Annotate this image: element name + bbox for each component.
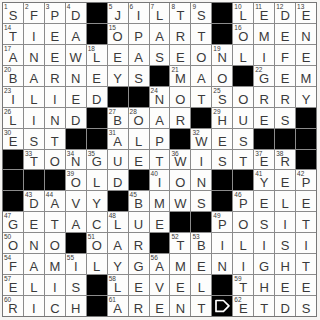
grid-cell[interactable]: S: [254, 212, 274, 232]
grid-cell[interactable]: T: [45, 212, 65, 232]
grid-cell[interactable]: 21M: [170, 66, 190, 86]
cell-letter: E: [296, 8, 316, 23]
grid-cell[interactable]: A: [129, 45, 149, 65]
grid-cell[interactable]: R: [170, 108, 190, 128]
cell-letter: U: [129, 217, 149, 232]
grid-cell[interactable]: S: [66, 275, 86, 295]
grid-cell[interactable]: I: [24, 24, 44, 44]
grid-cell[interactable]: 52T: [170, 233, 190, 253]
grid-cell[interactable]: 41Y: [254, 170, 274, 190]
grid-cell[interactable]: N: [170, 296, 190, 316]
grid-cell[interactable]: H: [66, 296, 86, 316]
black-cell: [87, 129, 107, 149]
grid-cell[interactable]: W: [170, 191, 190, 211]
cell-letter: I: [275, 217, 295, 232]
grid-cell[interactable]: S: [129, 66, 149, 86]
cell-letter: A: [108, 238, 128, 253]
grid-cell[interactable]: 4D: [66, 3, 86, 23]
grid-cell[interactable]: T: [233, 150, 253, 170]
grid-cell[interactable]: I: [296, 233, 316, 253]
grid-cell[interactable]: E: [45, 45, 65, 65]
grid-cell[interactable]: 34N: [66, 150, 86, 170]
grid-cell[interactable]: R: [45, 66, 65, 86]
grid-cell[interactable]: I: [24, 296, 44, 316]
cell-letter: A: [150, 113, 170, 128]
grid-cell[interactable]: E: [296, 45, 316, 65]
grid-cell[interactable]: D: [87, 87, 107, 107]
grid-cell[interactable]: A: [24, 66, 44, 86]
cell-letter: R: [170, 29, 190, 44]
grid-cell[interactable]: G: [129, 254, 149, 274]
grid-cell[interactable]: E: [275, 275, 295, 295]
grid-cell[interactable]: E: [191, 254, 211, 274]
cell-letter: E: [275, 280, 295, 295]
grid-cell[interactable]: 3P: [45, 3, 65, 23]
grid-cell[interactable]: O: [233, 87, 253, 107]
grid-cell[interactable]: 20B: [3, 66, 23, 86]
grid-cell[interactable]: 36W: [170, 150, 190, 170]
cell-letter: S: [191, 8, 211, 23]
cell-letter: I: [254, 238, 274, 253]
grid-cell[interactable]: I: [254, 45, 274, 65]
grid-cell[interactable]: V: [150, 275, 170, 295]
grid-cell[interactable]: Y: [296, 87, 316, 107]
grid-cell[interactable]: 31A: [108, 129, 128, 149]
cell-letter: P: [212, 217, 232, 232]
black-cell: [191, 108, 211, 128]
black-cell: [129, 87, 149, 107]
grid-cell[interactable]: U: [129, 212, 149, 232]
cell-letter: A: [66, 29, 86, 44]
grid-cell[interactable]: M: [45, 254, 65, 274]
grid-cell[interactable]: S: [24, 129, 44, 149]
grid-cell[interactable]: 29H: [212, 108, 232, 128]
grid-cell[interactable]: 2F: [24, 3, 44, 23]
grid-cell[interactable]: A: [150, 108, 170, 128]
grid-cell[interactable]: L: [191, 275, 211, 295]
grid-cell[interactable]: O: [233, 212, 253, 232]
grid-cell[interactable]: 18L: [87, 45, 107, 65]
cell-letter: Y: [296, 92, 316, 107]
cell-letter: U: [108, 154, 128, 169]
grid-cell[interactable]: H: [275, 254, 295, 274]
grid-cell[interactable]: E: [170, 275, 190, 295]
cell-letter: T: [150, 154, 170, 169]
grid-cell[interactable]: I: [212, 233, 232, 253]
cell-letter: E: [45, 50, 65, 65]
grid-cell[interactable]: G: [254, 254, 274, 274]
grid-cell[interactable]: H: [254, 275, 274, 295]
cell-letter: E: [254, 196, 274, 211]
cell-letter: W: [170, 196, 190, 211]
grid-cell[interactable]: O: [45, 233, 65, 253]
grid-cell[interactable]: C: [45, 296, 65, 316]
cell-letter: D: [24, 196, 44, 211]
grid-cell[interactable]: 7L: [150, 3, 170, 23]
grid-cell[interactable]: E: [24, 212, 44, 232]
black-cell: [45, 170, 65, 190]
cell-letter: T: [296, 217, 316, 232]
cell-letter: S: [254, 217, 274, 232]
grid-cell[interactable]: I: [45, 275, 65, 295]
grid-cell[interactable]: A: [66, 212, 86, 232]
grid-cell[interactable]: E: [275, 24, 295, 44]
cell-letter: E: [108, 50, 128, 65]
grid-cell[interactable]: L: [129, 129, 149, 149]
grid-cell[interactable]: T: [191, 87, 211, 107]
cell-letter: E: [254, 113, 274, 128]
grid-cell[interactable]: 17A: [3, 45, 23, 65]
grid-cell[interactable]: 16O: [233, 24, 253, 44]
grid-cell[interactable]: A: [191, 66, 211, 86]
black-cell: [233, 66, 253, 86]
grid-cell[interactable]: 42P: [296, 170, 316, 190]
grid-cell[interactable]: 61A: [108, 296, 128, 316]
grid-cell[interactable]: L: [24, 87, 44, 107]
grid-cell[interactable]: M: [296, 66, 316, 86]
grid-cell[interactable]: 38R: [275, 150, 295, 170]
cell-letter: T: [3, 29, 23, 44]
grid-cell[interactable]: D: [275, 296, 295, 316]
grid-cell[interactable]: D: [108, 170, 128, 190]
cell-letter: E: [3, 280, 23, 295]
grid-cell[interactable]: T: [191, 296, 211, 316]
cell-letter: R: [129, 301, 149, 316]
cell-letter: N: [24, 50, 44, 65]
cell-letter: T: [233, 154, 253, 169]
grid-cell[interactable]: 33T: [24, 150, 44, 170]
cell-letter: E: [254, 8, 274, 23]
grid-cell[interactable]: S: [233, 129, 253, 149]
cell-letter: M: [150, 196, 170, 211]
black-cell: [129, 170, 149, 190]
grid-cell[interactable]: R: [129, 296, 149, 316]
cell-letter: T: [191, 301, 211, 316]
cell-letter: D: [87, 92, 107, 107]
cell-letter: L: [150, 8, 170, 23]
cell-letter: G: [129, 259, 149, 274]
grid-cell[interactable]: 40I: [150, 170, 170, 190]
grid-cell[interactable]: 43D: [24, 191, 44, 211]
cell-letter: G: [87, 154, 107, 169]
cell-letter: I: [296, 238, 316, 253]
cursor-marker-icon: [212, 296, 232, 316]
grid-cell[interactable]: I: [254, 233, 274, 253]
cell-letter: A: [108, 301, 128, 316]
cell-letter: T: [191, 92, 211, 107]
grid-cell[interactable]: 12D: [275, 3, 295, 23]
grid-cell[interactable]: A: [66, 24, 86, 44]
grid-cell[interactable]: 13E: [296, 3, 316, 23]
grid-cell[interactable]: L: [275, 191, 295, 211]
grid-cell[interactable]: N: [24, 45, 44, 65]
grid-cell[interactable]: E: [170, 45, 190, 65]
grid-cell[interactable]: L: [24, 275, 44, 295]
grid-cell[interactable]: 24N: [150, 87, 170, 107]
grid-cell[interactable]: T: [254, 296, 274, 316]
cell-letter: L: [233, 8, 253, 23]
cell-letter: O: [233, 92, 253, 107]
crossword-board: 1S2F3P4D5J6I7L8T9S10L11E12D13E14TIEA15OP…: [2, 2, 317, 317]
grid-cell[interactable]: L: [233, 45, 253, 65]
cell-letter: L: [191, 280, 211, 295]
grid-cell[interactable]: 45B: [129, 191, 149, 211]
grid-cell[interactable]: 11E: [254, 3, 274, 23]
cell-letter: L: [108, 217, 128, 232]
black-cell: [233, 170, 253, 190]
grid-cell[interactable]: I: [45, 87, 65, 107]
cell-letter: N: [212, 259, 232, 274]
black-cell: [296, 129, 316, 149]
cell-letter: P: [150, 134, 170, 149]
cell-letter: A: [129, 50, 149, 65]
cell-letter: R: [275, 92, 295, 107]
black-cell: [108, 191, 128, 211]
grid-cell[interactable]: W: [66, 45, 86, 65]
cell-letter: S: [212, 92, 232, 107]
grid-cell[interactable]: R: [129, 233, 149, 253]
grid-cell[interactable]: 60R: [3, 296, 23, 316]
cell-letter: V: [66, 196, 86, 211]
black-cell: [3, 170, 23, 190]
cell-letter: L: [24, 92, 44, 107]
grid-cell[interactable]: A: [150, 24, 170, 44]
cell-letter: P: [296, 175, 316, 190]
grid-cell[interactable]: 30E: [3, 129, 23, 149]
grid-cell[interactable]: 14T: [3, 24, 23, 44]
black-cell: [87, 3, 107, 23]
grid-cell[interactable]: Y: [108, 254, 128, 274]
cell-letter: S: [212, 154, 232, 169]
grid-cell[interactable]: N: [66, 66, 86, 86]
grid-cell[interactable]: 8T: [170, 3, 190, 23]
cell-letter: D: [108, 175, 128, 190]
grid-cell[interactable]: E: [45, 24, 65, 44]
grid-cell[interactable]: E: [108, 45, 128, 65]
cell-letter: Y: [108, 259, 128, 274]
grid-cell[interactable]: Y: [87, 191, 107, 211]
cell-letter: L: [87, 175, 107, 190]
grid-cell[interactable]: L: [87, 254, 107, 274]
grid-cell[interactable]: O: [170, 170, 190, 190]
grid-cell[interactable]: N: [212, 254, 232, 274]
grid-cell[interactable]: C: [87, 212, 107, 232]
cell-letter: O: [233, 29, 253, 44]
grid-cell[interactable]: 27B: [108, 108, 128, 128]
cell-letter: T: [24, 154, 44, 169]
grid-cell[interactable]: V: [66, 191, 86, 211]
grid-cell[interactable]: 19N: [212, 45, 232, 65]
grid-cell[interactable]: T: [296, 212, 316, 232]
grid-cell[interactable]: R: [275, 87, 295, 107]
cell-letter: L: [129, 134, 149, 149]
grid-cell[interactable]: I: [24, 108, 44, 128]
cell-letter: T: [170, 8, 190, 23]
grid-cell[interactable]: Y: [108, 66, 128, 86]
grid-cell[interactable]: 23I: [3, 87, 23, 107]
grid-cell[interactable]: 57E: [3, 275, 23, 295]
grid-cell[interactable]: 22G: [254, 66, 274, 86]
grid-cell[interactable]: T: [150, 150, 170, 170]
grid-cell[interactable]: E: [212, 129, 232, 149]
cell-letter: T: [296, 259, 316, 274]
grid-cell[interactable]: E: [296, 191, 316, 211]
grid-cell[interactable]: 1S: [3, 3, 23, 23]
grid-cell[interactable]: S: [150, 45, 170, 65]
grid-cell[interactable]: E: [129, 275, 149, 295]
cell-letter: E: [87, 71, 107, 86]
cell-letter: L: [233, 238, 253, 253]
grid-cell[interactable]: M: [170, 254, 190, 274]
cell-letter: I: [24, 301, 44, 316]
grid-cell[interactable]: 48L: [108, 212, 128, 232]
grid-cell[interactable]: M: [254, 24, 274, 44]
grid-cell[interactable]: 53B: [191, 233, 211, 253]
grid-cell[interactable]: 25S: [212, 87, 232, 107]
grid-cell[interactable]: 54F: [3, 254, 23, 274]
cell-letter: A: [150, 259, 170, 274]
cell-letter: E: [296, 50, 316, 65]
grid-cell[interactable]: N: [296, 24, 316, 44]
cell-letter: R: [275, 154, 295, 169]
grid-cell[interactable]: 6I: [129, 3, 149, 23]
black-cell: [212, 3, 232, 23]
grid-cell[interactable]: E: [87, 66, 107, 86]
cell-letter: H: [275, 259, 295, 274]
grid-cell[interactable]: I: [191, 150, 211, 170]
cell-letter: E: [296, 280, 316, 295]
grid-cell[interactable]: E: [66, 87, 86, 107]
grid-cell[interactable]: N: [24, 233, 44, 253]
grid-cell[interactable]: M: [150, 191, 170, 211]
grid-cell[interactable]: P: [129, 24, 149, 44]
black-cell: [296, 108, 316, 128]
grid-cell[interactable]: R: [170, 24, 190, 44]
grid-cell[interactable]: 56A: [150, 254, 170, 274]
grid-cell[interactable]: N: [45, 108, 65, 128]
grid-cell[interactable]: 50O: [3, 233, 23, 253]
grid-cell[interactable]: E: [275, 66, 295, 86]
grid-cell[interactable]: A: [108, 233, 128, 253]
grid-cell[interactable]: 51O: [87, 233, 107, 253]
cell-letter: A: [24, 71, 44, 86]
black-cell: [66, 233, 86, 253]
cell-letter: N: [212, 50, 232, 65]
cell-letter: I: [24, 29, 44, 44]
grid-cell[interactable]: 32W: [191, 129, 211, 149]
grid-cell[interactable]: 10L: [233, 3, 253, 23]
cell-letter: G: [254, 259, 274, 274]
cell-letter: M: [254, 29, 274, 44]
grid-cell[interactable]: 5J: [108, 3, 128, 23]
grid-cell[interactable]: E: [254, 191, 274, 211]
cell-letter: R: [254, 92, 274, 107]
grid-cell[interactable]: D: [66, 108, 86, 128]
grid-cell[interactable]: F: [275, 45, 295, 65]
grid-cell[interactable]: O: [45, 150, 65, 170]
grid-cell[interactable]: L: [87, 170, 107, 190]
cell-letter: E: [233, 301, 253, 316]
grid-cell[interactable]: 58L: [108, 275, 128, 295]
grid-cell[interactable]: 46P: [233, 191, 253, 211]
cell-letter: T: [170, 238, 190, 253]
grid-cell[interactable]: E: [275, 170, 295, 190]
grid-cell[interactable]: 55I: [66, 254, 86, 274]
grid-cell[interactable]: R: [254, 87, 274, 107]
grid-cell[interactable]: O: [170, 87, 190, 107]
grid-cell[interactable]: L: [233, 233, 253, 253]
cell-letter: F: [24, 8, 44, 23]
grid-cell[interactable]: S: [212, 150, 232, 170]
grid-cell[interactable]: 15O: [108, 24, 128, 44]
cell-letter: E: [66, 92, 86, 107]
grid-cell[interactable]: S: [191, 191, 211, 211]
grid-cell[interactable]: 39O: [66, 170, 86, 190]
cell-letter: A: [191, 71, 211, 86]
grid-cell[interactable]: O: [212, 66, 232, 86]
grid-cell[interactable]: 47G: [3, 212, 23, 232]
grid-cell[interactable]: I: [233, 254, 253, 274]
grid-cell[interactable]: 35G: [87, 150, 107, 170]
grid-cell[interactable]: A: [24, 254, 44, 274]
grid-cell[interactable]: 59T: [233, 275, 253, 295]
grid-cell[interactable]: E: [150, 212, 170, 232]
cell-letter: I: [66, 259, 86, 274]
cell-letter: N: [66, 154, 86, 169]
cell-letter: I: [24, 113, 44, 128]
cell-letter: F: [275, 50, 295, 65]
cell-letter: V: [150, 280, 170, 295]
cell-letter: W: [191, 134, 211, 149]
grid-cell[interactable]: P: [150, 129, 170, 149]
cell-letter: M: [170, 259, 190, 274]
cell-letter: S: [24, 134, 44, 149]
cell-letter: A: [45, 196, 65, 211]
grid-cell[interactable]: O: [191, 45, 211, 65]
grid-cell[interactable]: I: [275, 212, 295, 232]
cell-letter: N: [45, 113, 65, 128]
cell-letter: S: [150, 50, 170, 65]
grid-cell[interactable]: T: [45, 129, 65, 149]
grid-cell[interactable]: U: [108, 150, 128, 170]
grid-cell[interactable]: 37E: [254, 150, 274, 170]
grid-cell[interactable]: 9S: [191, 3, 211, 23]
cell-letter: Y: [254, 175, 274, 190]
grid-cell[interactable]: 28O: [129, 108, 149, 128]
grid-cell[interactable]: S: [296, 296, 316, 316]
cell-letter: E: [275, 71, 295, 86]
black-cell: [150, 233, 170, 253]
cell-letter: A: [3, 50, 23, 65]
cell-letter: S: [275, 113, 295, 128]
grid-cell[interactable]: E: [254, 108, 274, 128]
grid-cell[interactable]: 26L: [3, 108, 23, 128]
grid-cell[interactable]: S: [275, 233, 295, 253]
grid-cell[interactable]: E: [296, 275, 316, 295]
grid-cell[interactable]: 44A: [45, 191, 65, 211]
grid-cell[interactable]: U: [233, 108, 253, 128]
grid-cell[interactable]: 62E: [233, 296, 253, 316]
grid-cell[interactable]: T: [191, 24, 211, 44]
grid-cell[interactable]: N: [191, 170, 211, 190]
cell-letter: D: [66, 113, 86, 128]
grid-cell[interactable]: S: [275, 108, 295, 128]
cell-letter: E: [24, 217, 44, 232]
grid-cell[interactable]: E: [129, 150, 149, 170]
grid-cell[interactable]: T: [296, 254, 316, 274]
grid-cell[interactable]: E: [150, 296, 170, 316]
grid-cell[interactable]: 49P: [212, 212, 232, 232]
